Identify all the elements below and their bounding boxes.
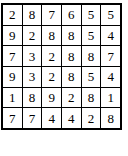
grid-cell: 5: [82, 26, 101, 46]
grid-cell: 8: [23, 88, 42, 108]
grid-cell: 6: [62, 5, 81, 25]
grid-cell: 8: [42, 26, 61, 46]
grid-cell: 7: [101, 46, 120, 66]
grid-cell: 8: [62, 46, 81, 66]
grid-cell: 4: [62, 108, 81, 128]
grid-cell: 7: [23, 108, 42, 128]
grid-cell: 7: [3, 108, 22, 128]
grid-cell: 4: [101, 67, 120, 87]
grid-cell: 8: [82, 46, 101, 66]
grid-cell: 7: [3, 46, 22, 66]
number-grid-board: 287655928854732887932854189281774428: [1, 3, 122, 130]
grid-cell: 8: [82, 88, 101, 108]
grid-cell: 3: [23, 67, 42, 87]
grid-cell: 8: [62, 67, 81, 87]
grid-cell: 5: [82, 5, 101, 25]
grid-cell: 2: [3, 5, 22, 25]
grid-cell: 5: [101, 5, 120, 25]
grid-cell: 8: [23, 5, 42, 25]
grid-cell: 8: [62, 26, 81, 46]
grid-cell: 2: [42, 46, 61, 66]
grid-cell: 2: [82, 108, 101, 128]
grid-cell: 1: [101, 88, 120, 108]
grid-cell: 9: [3, 26, 22, 46]
grid-cell: 7: [42, 5, 61, 25]
grid-cell: 8: [101, 108, 120, 128]
grid-cell: 9: [3, 67, 22, 87]
grid-cell: 9: [42, 88, 61, 108]
grid-cell: 5: [82, 67, 101, 87]
grid-cell: 2: [23, 26, 42, 46]
grid-cell: 2: [42, 67, 61, 87]
grid-cell: 1: [3, 88, 22, 108]
grid-cell: 4: [42, 108, 61, 128]
grid-cell: 3: [23, 46, 42, 66]
grid-cell: 4: [101, 26, 120, 46]
grid-cell: 2: [62, 88, 81, 108]
